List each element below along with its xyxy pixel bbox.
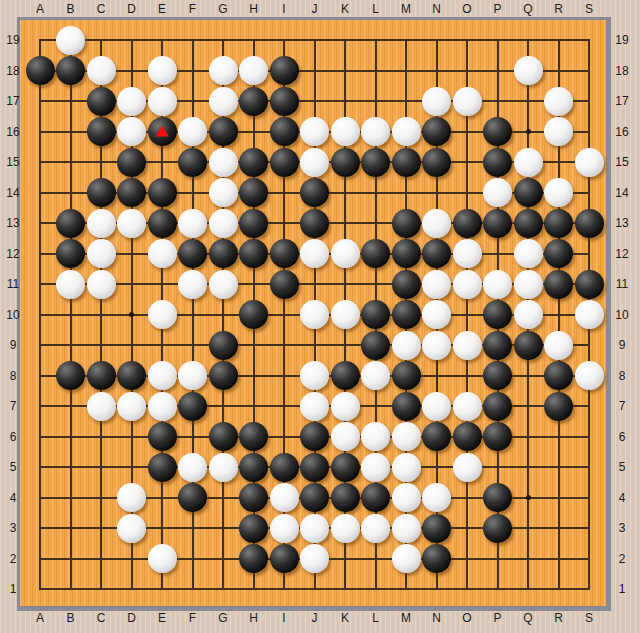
column-label-top: P [493,2,501,16]
row-label-right: 17 [615,94,628,108]
column-label-bottom: F [189,611,196,625]
go-board[interactable] [17,17,611,611]
row-label-right: 19 [615,33,628,47]
row-label-left: 8 [10,369,17,383]
row-label-right: 6 [619,430,626,444]
column-label-top: D [127,2,136,16]
row-label-left: 6 [10,430,17,444]
row-label-left: 9 [10,338,17,352]
row-label-left: 2 [10,552,17,566]
row-label-left: 4 [10,491,17,505]
row-label-right: 10 [615,308,628,322]
row-label-right: 12 [615,247,628,261]
column-label-bottom: N [432,611,441,625]
row-label-right: 3 [619,521,626,535]
row-label-right: 18 [615,64,628,78]
column-label-top: B [66,2,74,16]
column-label-top: M [401,2,411,16]
row-label-left: 5 [10,460,17,474]
row-label-left: 7 [10,399,17,413]
column-label-bottom: H [249,611,258,625]
column-label-top: O [462,2,471,16]
row-label-right: 4 [619,491,626,505]
column-label-top: Q [523,2,532,16]
column-label-bottom: L [372,611,379,625]
row-label-right: 16 [615,125,628,139]
column-label-bottom: E [158,611,166,625]
row-label-right: 13 [615,216,628,230]
column-label-bottom: S [585,611,593,625]
column-label-top: G [218,2,227,16]
column-label-top: R [554,2,563,16]
column-label-top: I [282,2,285,16]
row-label-right: 1 [619,582,626,596]
column-label-bottom: Q [523,611,532,625]
column-label-bottom: D [127,611,136,625]
row-label-left: 1 [10,582,17,596]
row-label-right: 11 [616,277,628,291]
column-label-bottom: G [218,611,227,625]
column-label-bottom: P [493,611,501,625]
column-label-bottom: R [554,611,563,625]
column-label-top: K [341,2,349,16]
column-label-top: L [372,2,379,16]
row-label-right: 9 [619,338,626,352]
column-label-top: H [249,2,258,16]
column-label-top: F [189,2,196,16]
column-label-top: S [585,2,593,16]
column-label-bottom: K [341,611,349,625]
column-label-top: J [312,2,318,16]
row-label-right: 14 [615,186,628,200]
column-label-bottom: O [462,611,471,625]
column-label-bottom: M [401,611,411,625]
column-label-top: C [97,2,106,16]
row-label-right: 2 [619,552,626,566]
row-label-left: 3 [10,521,17,535]
go-game-screenshot: AABBCCDDEEFFGGHHIIJJKKLLMMNNOOPPQQRRSS19… [0,0,640,633]
row-label-right: 8 [619,369,626,383]
column-label-bottom: J [312,611,318,625]
column-label-bottom: C [97,611,106,625]
row-label-right: 7 [619,399,626,413]
column-label-bottom: B [66,611,74,625]
row-label-right: 15 [615,155,628,169]
column-label-bottom: I [282,611,285,625]
row-label-right: 5 [619,460,626,474]
column-label-top: E [158,2,166,16]
column-label-top: N [432,2,441,16]
column-label-bottom: A [36,611,44,625]
column-label-top: A [36,2,44,16]
